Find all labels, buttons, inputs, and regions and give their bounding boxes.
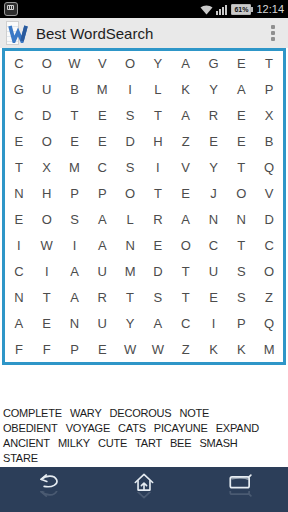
grid-cell[interactable]: Y (144, 51, 172, 77)
overflow-menu-button[interactable] (264, 20, 282, 46)
grid-cell[interactable]: P (227, 310, 255, 336)
word-list-line: ANCIENTMILKYCUTETARTBEESMASH (3, 436, 285, 451)
grid-cell[interactable]: S (116, 103, 144, 129)
word-list-line: STARE (3, 451, 285, 466)
word-list-line: OBEDIENTVOYAGECATSPICAYUNEEXPAND (3, 421, 285, 436)
grid-cell[interactable]: Z (172, 129, 200, 155)
grid-cell[interactable]: Y (200, 77, 228, 103)
grid-cell[interactable]: O (116, 51, 144, 77)
grid-cell[interactable]: V (172, 155, 200, 181)
battery-indicator: 61% (231, 4, 251, 15)
grid-cell[interactable]: A (88, 206, 116, 232)
message-notification-icon (4, 2, 18, 16)
grid-cell[interactable]: U (33, 77, 61, 103)
grid-cell[interactable]: E (200, 284, 228, 310)
word-item: SMASH (199, 436, 237, 451)
grid-cell[interactable]: V (255, 181, 283, 207)
grid-cell[interactable]: F (33, 336, 61, 362)
grid-cell[interactable]: N (200, 206, 228, 232)
puzzle-board: COWVOYAGETGUBMILKYAPCDTESTAREXEOEEDHZEEB… (2, 48, 286, 365)
grid-cell[interactable]: S (116, 155, 144, 181)
grid-cell[interactable]: C (200, 232, 228, 258)
grid-cell[interactable]: K (200, 336, 228, 362)
grid-cell[interactable]: E (144, 232, 172, 258)
grid-cell[interactable]: N (5, 284, 33, 310)
grid-cell[interactable]: E (227, 129, 255, 155)
grid-cell[interactable]: Z (172, 336, 200, 362)
grid-cell[interactable]: E (88, 336, 116, 362)
status-bar-right: 61% 12:14 (200, 3, 284, 15)
grid-cell[interactable]: O (172, 232, 200, 258)
grid-cell[interactable]: E (61, 129, 89, 155)
grid-cell[interactable]: U (88, 310, 116, 336)
status-bar: 61% 12:14 (0, 0, 288, 18)
grid-cell[interactable]: D (33, 103, 61, 129)
status-bar-left (4, 2, 18, 16)
grid-cell[interactable]: N (61, 310, 89, 336)
grid-cell[interactable]: R (144, 206, 172, 232)
grid-cell[interactable]: A (172, 51, 200, 77)
grid-cell[interactable]: R (200, 103, 228, 129)
grid-cell[interactable]: A (88, 232, 116, 258)
grid-cell[interactable]: A (61, 258, 89, 284)
grid-cell[interactable]: T (255, 51, 283, 77)
grid-cell[interactable]: H (144, 129, 172, 155)
grid-cell[interactable]: N (116, 232, 144, 258)
word-item: CUTE (98, 436, 127, 451)
grid-cell[interactable]: P (61, 181, 89, 207)
grid-cell[interactable]: L (116, 206, 144, 232)
grid-cell[interactable]: C (255, 232, 283, 258)
grid-cell[interactable]: P (255, 77, 283, 103)
grid-cell[interactable]: M (88, 77, 116, 103)
word-item: CATS (118, 421, 146, 436)
grid-cell[interactable]: Y (116, 310, 144, 336)
grid-cell[interactable]: O (116, 181, 144, 207)
undo-arrow-button[interactable] (18, 470, 78, 501)
grid-cell[interactable]: E (227, 51, 255, 77)
word-list: COMPLETEWARYDECOROUSNOTEOBEDIENTVOYAGECA… (0, 365, 288, 467)
word-item: ANCIENT (3, 436, 50, 451)
grid-cell[interactable]: E (227, 103, 255, 129)
grid-cell[interactable]: C (5, 103, 33, 129)
grid-cell[interactable]: W (33, 232, 61, 258)
grid-cell[interactable]: P (61, 336, 89, 362)
grid-cell[interactable]: C (172, 310, 200, 336)
grid-cell[interactable]: A (227, 77, 255, 103)
grid-cell[interactable]: O (33, 129, 61, 155)
grid-cell[interactable]: E (5, 206, 33, 232)
grid-cell[interactable]: M (116, 258, 144, 284)
grid-cell[interactable]: I (116, 77, 144, 103)
grid-cell[interactable]: S (227, 284, 255, 310)
grid-cell[interactable]: N (227, 206, 255, 232)
letter-grid[interactable]: COWVOYAGETGUBMILKYAPCDTESTAREXEOEEDHZEEB… (5, 51, 283, 362)
wifi-icon (200, 4, 213, 15)
new-puzzle-reflection (225, 491, 255, 501)
new-puzzle-button[interactable] (210, 470, 270, 501)
grid-cell[interactable]: B (255, 129, 283, 155)
grid-cell[interactable]: C (5, 51, 33, 77)
clock: 12:14 (256, 3, 284, 15)
grid-cell[interactable]: K (227, 336, 255, 362)
grid-cell[interactable]: S (227, 258, 255, 284)
home-button[interactable] (114, 470, 174, 502)
grid-cell[interactable]: L (144, 77, 172, 103)
app-screen: 61% 12:14 Best WordSearch COWVOYAGETGUBM… (0, 0, 288, 512)
grid-cell[interactable]: G (200, 51, 228, 77)
grid-cell[interactable]: T (172, 258, 200, 284)
home-reflection (131, 492, 157, 502)
grid-cell[interactable]: M (255, 336, 283, 362)
app-title: Best WordSearch (36, 25, 264, 42)
grid-cell[interactable]: G (5, 77, 33, 103)
grid-cell[interactable]: T (116, 284, 144, 310)
word-item: COMPLETE (3, 406, 62, 421)
word-item: DECOROUS (110, 406, 172, 421)
grid-cell[interactable]: D (144, 258, 172, 284)
grid-cell[interactable]: A (5, 310, 33, 336)
signal-strength-icon (216, 4, 228, 15)
grid-cell[interactable]: O (255, 258, 283, 284)
grid-cell[interactable]: W (144, 336, 172, 362)
grid-cell[interactable]: X (255, 103, 283, 129)
grid-cell[interactable]: E (33, 310, 61, 336)
grid-cell[interactable]: I (144, 155, 172, 181)
grid-cell[interactable]: D (255, 206, 283, 232)
grid-cell[interactable]: A (172, 206, 200, 232)
word-item: PICAYUNE (154, 421, 208, 436)
word-item: STARE (3, 451, 38, 466)
word-list-line: COMPLETEWARYDECOROUSNOTE (3, 406, 285, 421)
grid-cell[interactable]: T (61, 103, 89, 129)
grid-cell[interactable]: N (5, 181, 33, 207)
word-item: WARY (70, 406, 102, 421)
grid-cell[interactable]: T (227, 155, 255, 181)
grid-cell[interactable]: O (227, 181, 255, 207)
grid-cell[interactable]: T (33, 284, 61, 310)
grid-cell[interactable]: U (88, 258, 116, 284)
word-item: BEE (170, 436, 191, 451)
word-item: MILKY (58, 436, 90, 451)
grid-cell[interactable]: E (172, 181, 200, 207)
word-item: VOYAGE (66, 421, 110, 436)
grid-cell[interactable]: T (5, 155, 33, 181)
word-item: EXPAND (216, 421, 259, 436)
grid-cell[interactable]: O (33, 51, 61, 77)
grid-cell[interactable]: D (116, 129, 144, 155)
grid-cell[interactable]: A (172, 103, 200, 129)
grid-cell[interactable]: S (144, 284, 172, 310)
grid-cell[interactable]: Q (255, 310, 283, 336)
app-bar: Best WordSearch (0, 18, 288, 48)
grid-cell[interactable]: E (200, 129, 228, 155)
grid-cell[interactable]: I (33, 258, 61, 284)
grid-cell[interactable]: M (61, 155, 89, 181)
grid-cell[interactable]: T (144, 103, 172, 129)
grid-cell[interactable]: W (116, 336, 144, 362)
grid-cell[interactable]: U (200, 258, 228, 284)
grid-cell[interactable]: C (5, 258, 33, 284)
grid-cell[interactable]: O (33, 206, 61, 232)
grid-cell[interactable]: E (5, 129, 33, 155)
undo-arrow-reflection (35, 491, 62, 501)
grid-cell[interactable]: V (88, 51, 116, 77)
grid-cell[interactable]: E (88, 129, 116, 155)
grid-cell[interactable]: Y (200, 155, 228, 181)
grid-cell[interactable]: I (61, 232, 89, 258)
grid-cell[interactable]: J (200, 181, 228, 207)
grid-cell[interactable]: X (33, 155, 61, 181)
grid-cell[interactable]: R (88, 284, 116, 310)
grid-cell[interactable]: T (172, 284, 200, 310)
word-item: NOTE (179, 406, 209, 421)
grid-cell[interactable]: A (61, 284, 89, 310)
grid-cell[interactable]: T (227, 232, 255, 258)
grid-cell[interactable]: E (88, 103, 116, 129)
grid-cell[interactable]: I (5, 232, 33, 258)
grid-cell[interactable]: P (88, 181, 116, 207)
battery-percent: 61% (234, 6, 248, 13)
grid-cell[interactable]: S (61, 206, 89, 232)
grid-cell[interactable]: Z (255, 284, 283, 310)
grid-cell[interactable]: H (33, 181, 61, 207)
grid-cell[interactable]: T (144, 181, 172, 207)
bottom-toolbar (0, 467, 288, 512)
grid-cell[interactable]: W (61, 51, 89, 77)
grid-cell[interactable]: A (144, 310, 172, 336)
grid-cell[interactable]: I (200, 310, 228, 336)
app-logo-icon (6, 21, 29, 45)
word-item: OBEDIENT (3, 421, 58, 436)
word-item: TART (135, 436, 162, 451)
grid-cell[interactable]: F (5, 336, 33, 362)
grid-cell[interactable]: Q (255, 155, 283, 181)
grid-cell[interactable]: B (61, 77, 89, 103)
grid-cell[interactable]: K (172, 77, 200, 103)
grid-cell[interactable]: C (88, 155, 116, 181)
